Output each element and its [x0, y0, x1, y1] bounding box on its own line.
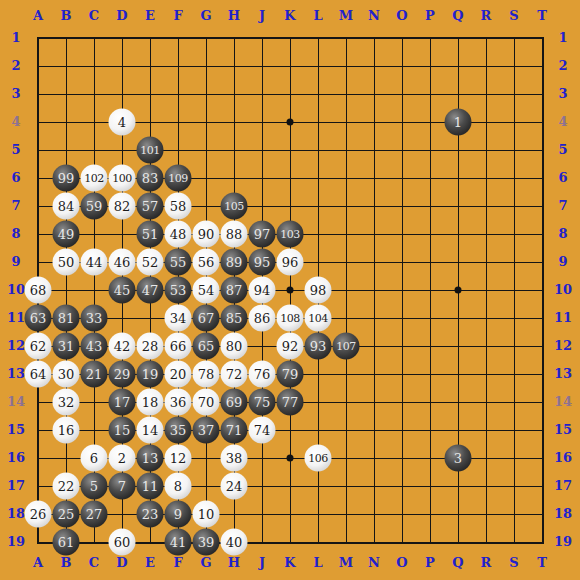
row-label-right-8: 8: [551, 226, 575, 242]
stone-black-65-G12[interactable]: 65: [193, 333, 220, 360]
stone-black-57-E7[interactable]: 57: [137, 193, 164, 220]
col-label-bottom-O: O: [390, 555, 414, 571]
row-label-right-16: 16: [551, 450, 575, 466]
row-label-right-11: 11: [551, 310, 575, 326]
stone-white-2-D16[interactable]: 2: [109, 445, 136, 472]
stone-white-72-H13[interactable]: 72: [221, 361, 248, 388]
stone-white-76-J13[interactable]: 76: [249, 361, 276, 388]
stone-black-27-C18[interactable]: 27: [81, 501, 108, 528]
col-label-top-L: L: [306, 8, 330, 24]
stone-black-79-K13[interactable]: 79: [277, 361, 304, 388]
row-label-right-13: 13: [551, 366, 575, 382]
stone-white-8-F17[interactable]: 8: [165, 473, 192, 500]
stone-black-51-E8[interactable]: 51: [137, 221, 164, 248]
col-label-bottom-K: K: [278, 555, 302, 571]
stone-white-44-C9[interactable]: 44: [81, 249, 108, 276]
stone-white-26-A18[interactable]: 26: [25, 501, 52, 528]
col-label-top-H: H: [222, 8, 246, 24]
col-label-top-A: A: [26, 8, 50, 24]
col-label-bottom-S: S: [502, 555, 526, 571]
stone-black-31-B12[interactable]: 31: [53, 333, 80, 360]
col-label-bottom-E: E: [138, 555, 162, 571]
stone-black-55-F9[interactable]: 55: [165, 249, 192, 276]
stone-white-52-E9[interactable]: 52: [137, 249, 164, 276]
col-label-top-O: O: [390, 8, 414, 24]
stone-black-37-G15[interactable]: 37: [193, 417, 220, 444]
stone-white-94-J10[interactable]: 94: [249, 277, 276, 304]
stone-black-33-C11[interactable]: 33: [81, 305, 108, 332]
stone-black-71-H15[interactable]: 71: [221, 417, 248, 444]
col-label-top-S: S: [502, 8, 526, 24]
row-label-right-14: 14: [551, 394, 575, 410]
stone-white-38-H16[interactable]: 38: [221, 445, 248, 472]
row-label-right-19: 19: [551, 534, 575, 550]
row-label-left-19: 19: [4, 534, 28, 550]
col-label-bottom-J: J: [250, 555, 274, 571]
col-label-top-P: P: [418, 8, 442, 24]
row-label-right-17: 17: [551, 478, 575, 494]
col-label-top-F: F: [166, 8, 190, 24]
stone-black-45-D10[interactable]: 45: [109, 277, 136, 304]
col-label-bottom-N: N: [362, 555, 386, 571]
stone-black-69-H14[interactable]: 69: [221, 389, 248, 416]
stone-black-67-G11[interactable]: 67: [193, 305, 220, 332]
star-point-Q10: [455, 287, 462, 294]
stone-white-32-B14[interactable]: 32: [53, 389, 80, 416]
row-label-left-14: 14: [4, 394, 28, 410]
row-label-left-1: 1: [4, 30, 28, 46]
stone-white-48-F8[interactable]: 48: [165, 221, 192, 248]
row-label-right-12: 12: [551, 338, 575, 354]
stone-white-68-A10[interactable]: 68: [25, 277, 52, 304]
row-label-right-9: 9: [551, 254, 575, 270]
stone-white-20-F13[interactable]: 20: [165, 361, 192, 388]
col-label-bottom-T: T: [530, 555, 554, 571]
col-label-bottom-L: L: [306, 555, 330, 571]
col-label-bottom-G: G: [194, 555, 218, 571]
stone-white-92-K12[interactable]: 92: [277, 333, 304, 360]
stone-white-40-H19[interactable]: 40: [221, 529, 248, 556]
stone-black-25-B18[interactable]: 25: [53, 501, 80, 528]
stone-white-50-B9[interactable]: 50: [53, 249, 80, 276]
row-label-left-9: 9: [4, 254, 28, 270]
row-label-left-2: 2: [4, 58, 28, 74]
row-label-right-3: 3: [551, 86, 575, 102]
stone-black-29-D13[interactable]: 29: [109, 361, 136, 388]
row-label-left-8: 8: [4, 226, 28, 242]
stone-white-98-L10[interactable]: 98: [305, 277, 332, 304]
col-label-top-C: C: [82, 8, 106, 24]
stone-white-106-L16[interactable]: 106: [305, 445, 332, 472]
stone-white-16-B15[interactable]: 16: [53, 417, 80, 444]
col-label-top-D: D: [110, 8, 134, 24]
stone-white-70-G14[interactable]: 70: [193, 389, 220, 416]
stone-black-35-F15[interactable]: 35: [165, 417, 192, 444]
row-label-right-1: 1: [551, 30, 575, 46]
stone-white-54-G10[interactable]: 54: [193, 277, 220, 304]
row-label-left-3: 3: [4, 86, 28, 102]
col-label-bottom-M: M: [334, 555, 358, 571]
row-label-left-15: 15: [4, 422, 28, 438]
col-label-bottom-P: P: [418, 555, 442, 571]
col-label-bottom-C: C: [82, 555, 106, 571]
stone-black-107-M12[interactable]: 107: [333, 333, 360, 360]
stone-black-105-H7[interactable]: 105: [221, 193, 248, 220]
row-label-left-6: 6: [4, 170, 28, 186]
stone-white-96-K9[interactable]: 96: [277, 249, 304, 276]
stone-black-39-G19[interactable]: 39: [193, 529, 220, 556]
stone-white-84-B7[interactable]: 84: [53, 193, 80, 220]
col-label-top-E: E: [138, 8, 162, 24]
col-label-bottom-B: B: [54, 555, 78, 571]
stone-black-7-D17[interactable]: 7: [109, 473, 136, 500]
col-label-top-Q: Q: [446, 8, 470, 24]
stone-black-89-H9[interactable]: 89: [221, 249, 248, 276]
stone-white-28-E12[interactable]: 28: [137, 333, 164, 360]
col-label-bottom-F: F: [166, 555, 190, 571]
stone-white-80-H12[interactable]: 80: [221, 333, 248, 360]
stone-black-49-B8[interactable]: 49: [53, 221, 80, 248]
stone-white-36-F14[interactable]: 36: [165, 389, 192, 416]
stone-black-47-E10[interactable]: 47: [137, 277, 164, 304]
stone-white-104-L11[interactable]: 104: [305, 305, 332, 332]
stone-black-93-L12[interactable]: 93: [305, 333, 332, 360]
row-label-right-18: 18: [551, 506, 575, 522]
stone-white-56-G9[interactable]: 56: [193, 249, 220, 276]
stone-black-101-E5[interactable]: 101: [137, 137, 164, 164]
col-label-bottom-Q: Q: [446, 555, 470, 571]
stone-white-102-C6[interactable]: 102: [81, 165, 108, 192]
stone-white-100-D6[interactable]: 100: [109, 165, 136, 192]
stone-black-97-J8[interactable]: 97: [249, 221, 276, 248]
stone-black-9-F18[interactable]: 9: [165, 501, 192, 528]
stone-black-95-J9[interactable]: 95: [249, 249, 276, 276]
stone-white-60-D19[interactable]: 60: [109, 529, 136, 556]
stone-black-75-J14[interactable]: 75: [249, 389, 276, 416]
stone-white-14-E15[interactable]: 14: [137, 417, 164, 444]
row-label-left-16: 16: [4, 450, 28, 466]
stone-white-90-G8[interactable]: 90: [193, 221, 220, 248]
col-label-top-R: R: [474, 8, 498, 24]
col-label-top-T: T: [530, 8, 554, 24]
stone-white-82-D7[interactable]: 82: [109, 193, 136, 220]
stone-white-58-F7[interactable]: 58: [165, 193, 192, 220]
row-label-right-5: 5: [551, 142, 575, 158]
col-label-bottom-D: D: [110, 555, 134, 571]
stone-black-5-C17[interactable]: 5: [81, 473, 108, 500]
stone-white-30-B13[interactable]: 30: [53, 361, 80, 388]
stone-white-62-A12[interactable]: 62: [25, 333, 52, 360]
row-label-left-17: 17: [4, 478, 28, 494]
stone-white-6-C16[interactable]: 6: [81, 445, 108, 472]
row-label-right-15: 15: [551, 422, 575, 438]
stone-black-13-E16[interactable]: 13: [137, 445, 164, 472]
row-label-right-7: 7: [551, 198, 575, 214]
stone-black-41-F19[interactable]: 41: [165, 529, 192, 556]
star-point-K10: [287, 287, 294, 294]
star-point-K4: [287, 119, 294, 126]
stone-black-85-H11[interactable]: 85: [221, 305, 248, 332]
stone-black-43-C12[interactable]: 43: [81, 333, 108, 360]
stone-black-53-F10[interactable]: 53: [165, 277, 192, 304]
stone-white-88-H8[interactable]: 88: [221, 221, 248, 248]
col-label-top-N: N: [362, 8, 386, 24]
stone-black-1-Q4[interactable]: 1: [445, 109, 472, 136]
stone-black-17-D14[interactable]: 17: [109, 389, 136, 416]
stone-white-66-F12[interactable]: 66: [165, 333, 192, 360]
stone-black-81-B11[interactable]: 81: [53, 305, 80, 332]
col-label-bottom-A: A: [26, 555, 50, 571]
star-point-K16: [287, 455, 294, 462]
stone-black-23-E18[interactable]: 23: [137, 501, 164, 528]
stone-black-19-E13[interactable]: 19: [137, 361, 164, 388]
stone-white-18-E14[interactable]: 18: [137, 389, 164, 416]
stone-black-83-E6[interactable]: 83: [137, 165, 164, 192]
stone-black-61-B19[interactable]: 61: [53, 529, 80, 556]
col-label-bottom-R: R: [474, 555, 498, 571]
row-label-right-10: 10: [551, 282, 575, 298]
go-kifu-diagram: AABBCCDDEEFFGGHHJJKKLLMMNNOOPPQQRRSSTT11…: [0, 0, 580, 580]
row-label-right-6: 6: [551, 170, 575, 186]
stone-white-42-D12[interactable]: 42: [109, 333, 136, 360]
stone-white-108-K11[interactable]: 108: [277, 305, 304, 332]
stone-black-63-A11[interactable]: 63: [25, 305, 52, 332]
stone-white-24-H17[interactable]: 24: [221, 473, 248, 500]
row-label-right-4: 4: [551, 114, 575, 130]
row-label-left-5: 5: [4, 142, 28, 158]
stone-black-99-B6[interactable]: 99: [53, 165, 80, 192]
col-label-top-M: M: [334, 8, 358, 24]
stone-white-46-D9[interactable]: 46: [109, 249, 136, 276]
stone-black-11-E17[interactable]: 11: [137, 473, 164, 500]
stone-black-3-Q16[interactable]: 3: [445, 445, 472, 472]
stone-black-21-C13[interactable]: 21: [81, 361, 108, 388]
row-label-left-7: 7: [4, 198, 28, 214]
stone-black-15-D15[interactable]: 15: [109, 417, 136, 444]
stone-white-34-F11[interactable]: 34: [165, 305, 192, 332]
stone-white-10-G18[interactable]: 10: [193, 501, 220, 528]
stone-black-109-F6[interactable]: 109: [165, 165, 192, 192]
stone-black-59-C7[interactable]: 59: [81, 193, 108, 220]
col-label-top-B: B: [54, 8, 78, 24]
row-label-right-2: 2: [551, 58, 575, 74]
row-label-left-4: 4: [4, 114, 28, 130]
col-label-top-J: J: [250, 8, 274, 24]
col-label-top-K: K: [278, 8, 302, 24]
stone-white-74-J15[interactable]: 74: [249, 417, 276, 444]
col-label-top-G: G: [194, 8, 218, 24]
stone-white-78-G13[interactable]: 78: [193, 361, 220, 388]
stone-black-103-K8[interactable]: 103: [277, 221, 304, 248]
col-label-bottom-H: H: [222, 555, 246, 571]
stone-white-22-B17[interactable]: 22: [53, 473, 80, 500]
stone-white-4-D4[interactable]: 4: [109, 109, 136, 136]
stone-white-86-J11[interactable]: 86: [249, 305, 276, 332]
stone-black-77-K14[interactable]: 77: [277, 389, 304, 416]
stone-black-87-H10[interactable]: 87: [221, 277, 248, 304]
stone-white-64-A13[interactable]: 64: [25, 361, 52, 388]
stone-white-12-F16[interactable]: 12: [165, 445, 192, 472]
